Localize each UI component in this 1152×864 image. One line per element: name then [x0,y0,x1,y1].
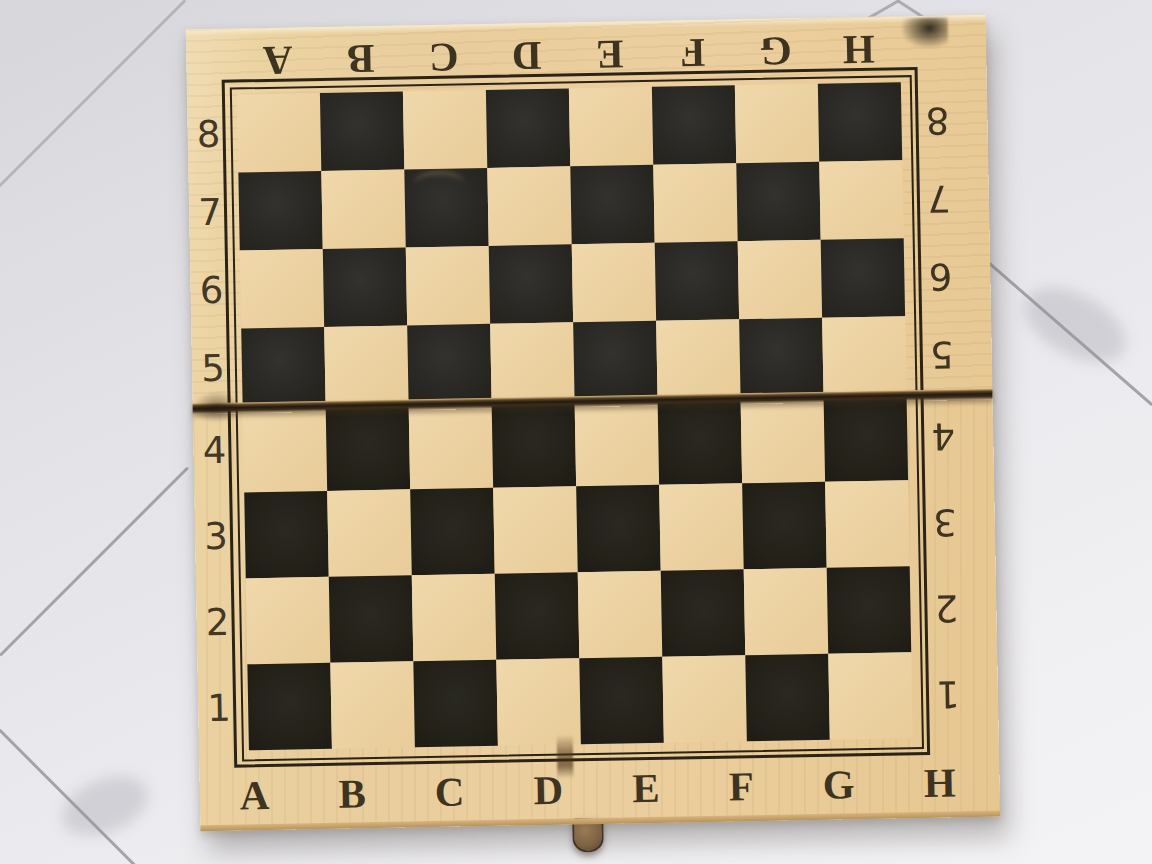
square-f8 [652,85,736,165]
file-label-top-a: A [236,35,320,87]
file-label-bottom-b: B [338,769,366,817]
rank-label-right-8: 8 [920,81,955,160]
square-b8 [320,91,404,171]
file-label-top-f: F [651,27,735,79]
file-label-top-d: D [485,30,569,82]
square-c6 [406,246,490,326]
tile-grout-line [0,0,186,188]
square-f6 [655,241,739,321]
rank-label-right-4: 4 [926,393,962,480]
square-a1 [247,663,332,751]
square-h2 [827,566,912,654]
square-g5 [739,318,823,398]
square-h4 [824,394,909,482]
rank-label-right-5: 5 [924,315,959,394]
square-b5 [324,325,408,405]
square-c8 [403,90,487,170]
square-a4 [243,405,328,493]
rank-label-left-6: 6 [194,251,229,330]
square-c2 [412,574,497,662]
square-h3 [825,480,910,568]
file-label-bottom-g: G [822,760,855,809]
square-d7 [487,166,571,246]
rank-label-left-8: 8 [191,95,226,174]
square-e7 [570,165,654,245]
square-a2 [246,577,331,665]
square-c3 [410,488,495,576]
square-f4 [658,397,743,485]
file-label-top-h: H [817,24,901,76]
square-e3 [576,485,661,573]
square-a3 [244,491,329,579]
square-f1 [662,655,747,743]
square-h5 [822,316,906,396]
square-h1 [828,652,913,740]
corner-scuff-mark [902,17,949,48]
square-d1 [496,658,581,746]
square-d4 [492,400,577,488]
square-e8 [569,87,653,167]
square-a5 [241,327,325,407]
square-d8 [486,88,570,168]
square-e6 [572,243,656,323]
marble-vein [1012,273,1137,378]
square-h7 [819,160,903,240]
square-b6 [323,247,407,327]
square-d5 [490,322,574,402]
square-b4 [326,403,411,491]
square-e2 [578,571,663,659]
file-label-top-c: C [402,32,486,84]
file-label-bottom-a: A [239,771,269,820]
square-g7 [736,162,820,242]
square-h6 [821,238,905,318]
square-e5 [573,321,657,401]
file-label-bottom-f: F [728,762,754,810]
square-e4 [575,399,660,487]
square-g6 [738,240,822,320]
rank-label-left-7: 7 [192,173,227,252]
clasp-latch [572,818,604,853]
rank-label-left-1: 1 [201,665,237,752]
file-label-bottom-e: E [632,764,660,812]
square-g8 [735,84,819,164]
chessboard: ABCDEFGH ABCDEFGH 87654321 87654321 [186,15,1001,832]
square-b3 [327,489,412,577]
square-a7 [238,171,322,251]
rank-label-left-3: 3 [198,493,234,580]
tile-grout-line [0,466,189,656]
square-b7 [321,169,405,249]
file-labels-bottom: ABCDEFGH [239,759,956,818]
file-label-bottom-c: C [434,767,464,816]
rank-label-right-7: 7 [921,159,956,238]
file-label-top-g: G [734,26,818,78]
square-g1 [745,654,830,742]
rank-label-left-2: 2 [200,579,236,666]
square-a6 [240,249,324,329]
square-f2 [661,569,746,657]
square-c4 [409,402,494,490]
square-c1 [413,660,498,748]
square-f3 [659,483,744,571]
seam-smudge-mark [192,390,241,423]
rank-label-right-6: 6 [923,237,958,316]
square-d2 [495,572,580,660]
rank-label-right-3: 3 [927,479,963,566]
square-c5 [407,324,491,404]
playing-area [237,82,913,750]
bottom-border-stain [557,734,574,778]
square-g3 [742,482,827,570]
file-label-top-b: B [319,33,403,85]
square-g2 [744,568,829,656]
square-b2 [329,575,414,663]
square-h8 [818,82,902,162]
rank-label-right-1: 1 [930,651,966,738]
square-f7 [653,163,737,243]
square-d6 [489,244,573,324]
square-g4 [741,396,826,484]
file-label-bottom-h: H [923,758,956,807]
square-b1 [330,661,415,749]
rank-label-right-2: 2 [929,565,965,652]
file-label-top-e: E [568,29,652,81]
square-a8 [237,93,321,173]
square-e1 [579,657,664,745]
square-d3 [493,486,578,574]
square-f5 [656,319,740,399]
